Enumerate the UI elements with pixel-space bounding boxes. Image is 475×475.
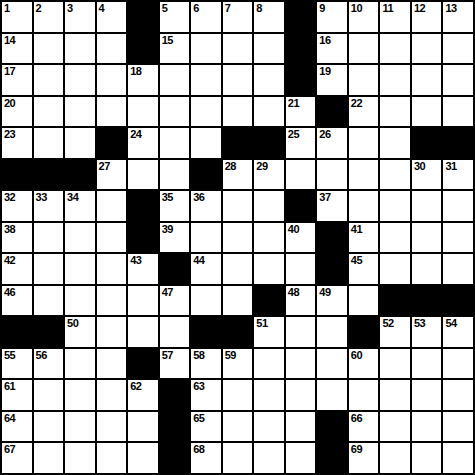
crossword-cell[interactable]: 41 bbox=[349, 223, 379, 253]
blocked-cell bbox=[443, 286, 473, 316]
crossword-cell[interactable] bbox=[286, 317, 316, 347]
blocked-cell bbox=[380, 286, 410, 316]
crossword-cell[interactable] bbox=[128, 317, 158, 347]
crossword-cell[interactable] bbox=[443, 97, 473, 127]
crossword-cell[interactable] bbox=[443, 443, 473, 473]
crossword-cell[interactable]: 46 bbox=[2, 286, 32, 316]
clue-number: 23 bbox=[4, 128, 15, 141]
crossword-cell[interactable] bbox=[412, 349, 442, 379]
crossword-cell[interactable] bbox=[128, 412, 158, 442]
crossword-cell[interactable] bbox=[349, 380, 379, 410]
crossword-cell[interactable] bbox=[254, 191, 284, 221]
crossword-cell[interactable] bbox=[191, 223, 221, 253]
clue-number: 30 bbox=[414, 160, 425, 173]
clue-number: 20 bbox=[4, 97, 15, 110]
crossword-cell[interactable]: 65 bbox=[191, 412, 221, 442]
crossword-cell[interactable] bbox=[286, 254, 316, 284]
blocked-cell bbox=[286, 2, 316, 32]
crossword-cell[interactable]: 42 bbox=[2, 254, 32, 284]
crossword-cell[interactable] bbox=[443, 65, 473, 95]
crossword-cell[interactable]: 68 bbox=[191, 443, 221, 473]
crossword-cell[interactable]: 18 bbox=[128, 65, 158, 95]
blocked-cell bbox=[317, 412, 347, 442]
crossword-cell[interactable] bbox=[380, 349, 410, 379]
clue-number: 63 bbox=[193, 380, 204, 393]
crossword-cell[interactable]: 29 bbox=[254, 160, 284, 190]
clue-number: 17 bbox=[4, 65, 15, 78]
crossword-cell[interactable] bbox=[412, 412, 442, 442]
crossword-cell[interactable] bbox=[286, 443, 316, 473]
crossword-cell[interactable] bbox=[97, 286, 127, 316]
clue-number: 44 bbox=[193, 254, 204, 267]
crossword-cell[interactable]: 66 bbox=[349, 412, 379, 442]
crossword-cell[interactable] bbox=[191, 128, 221, 158]
clue-number: 24 bbox=[130, 128, 141, 141]
crossword-cell[interactable] bbox=[254, 254, 284, 284]
crossword-cell[interactable] bbox=[412, 97, 442, 127]
crossword-cell[interactable] bbox=[65, 97, 95, 127]
clue-number: 56 bbox=[36, 349, 47, 362]
blocked-cell bbox=[65, 160, 95, 190]
crossword-cell[interactable] bbox=[34, 223, 64, 253]
blocked-cell bbox=[317, 443, 347, 473]
crossword-cell[interactable] bbox=[223, 191, 253, 221]
crossword-cell[interactable]: 39 bbox=[160, 223, 190, 253]
crossword-cell[interactable]: 6 bbox=[191, 2, 221, 32]
crossword-cell[interactable]: 33 bbox=[34, 191, 64, 221]
crossword-cell[interactable]: 54 bbox=[443, 317, 473, 347]
blocked-cell bbox=[223, 317, 253, 347]
crossword-cell[interactable]: 10 bbox=[349, 2, 379, 32]
clue-number: 25 bbox=[288, 128, 299, 141]
crossword-cell[interactable] bbox=[34, 97, 64, 127]
clue-number: 19 bbox=[319, 65, 330, 78]
clue-number: 21 bbox=[288, 97, 299, 110]
crossword-cell[interactable] bbox=[160, 160, 190, 190]
crossword-cell[interactable]: 51 bbox=[254, 317, 284, 347]
clue-number: 38 bbox=[4, 223, 15, 236]
crossword-cell[interactable] bbox=[380, 128, 410, 158]
crossword-cell[interactable]: 12 bbox=[412, 2, 442, 32]
clue-number: 60 bbox=[351, 349, 362, 362]
crossword-cell[interactable] bbox=[443, 349, 473, 379]
blocked-cell bbox=[286, 34, 316, 64]
crossword-cell[interactable] bbox=[254, 65, 284, 95]
crossword-cell[interactable]: 52 bbox=[380, 317, 410, 347]
blocked-cell bbox=[443, 128, 473, 158]
clue-number: 64 bbox=[4, 412, 15, 425]
crossword-cell[interactable]: 30 bbox=[412, 160, 442, 190]
clue-number: 9 bbox=[319, 2, 325, 15]
crossword-cell[interactable]: 25 bbox=[286, 128, 316, 158]
crossword-cell[interactable] bbox=[223, 412, 253, 442]
crossword-cell[interactable] bbox=[34, 128, 64, 158]
crossword-cell[interactable] bbox=[317, 160, 347, 190]
crossword-cell[interactable] bbox=[412, 223, 442, 253]
crossword-cell[interactable] bbox=[286, 349, 316, 379]
clue-number: 10 bbox=[351, 2, 362, 15]
clue-number: 37 bbox=[319, 191, 330, 204]
clue-number: 69 bbox=[351, 443, 362, 456]
crossword-cell[interactable] bbox=[65, 380, 95, 410]
clue-number: 47 bbox=[162, 286, 173, 299]
blocked-cell bbox=[191, 317, 221, 347]
crossword-cell[interactable]: 60 bbox=[349, 349, 379, 379]
blocked-cell bbox=[223, 128, 253, 158]
clue-number: 26 bbox=[319, 128, 330, 141]
crossword-cell[interactable] bbox=[34, 254, 64, 284]
clue-number: 18 bbox=[130, 65, 141, 78]
crossword-cell[interactable] bbox=[160, 128, 190, 158]
crossword-cell[interactable] bbox=[380, 160, 410, 190]
crossword-cell[interactable] bbox=[254, 443, 284, 473]
clue-number: 52 bbox=[382, 317, 393, 330]
clue-number: 22 bbox=[351, 97, 362, 110]
blocked-cell bbox=[160, 380, 190, 410]
crossword-cell[interactable] bbox=[97, 65, 127, 95]
crossword-cell[interactable]: 1 bbox=[2, 2, 32, 32]
crossword-cell[interactable]: 47 bbox=[160, 286, 190, 316]
clue-number: 7 bbox=[225, 2, 231, 15]
crossword-cell[interactable] bbox=[286, 380, 316, 410]
blocked-cell bbox=[286, 191, 316, 221]
blocked-cell bbox=[128, 34, 158, 64]
crossword-cell[interactable]: 69 bbox=[349, 443, 379, 473]
clue-number: 55 bbox=[4, 349, 15, 362]
crossword-cell[interactable] bbox=[191, 65, 221, 95]
crossword-cell[interactable] bbox=[34, 34, 64, 64]
crossword-cell[interactable]: 23 bbox=[2, 128, 32, 158]
crossword-cell[interactable] bbox=[97, 191, 127, 221]
crossword-cell[interactable] bbox=[317, 380, 347, 410]
crossword-cell[interactable]: 34 bbox=[65, 191, 95, 221]
clue-number: 35 bbox=[162, 191, 173, 204]
crossword-cell[interactable] bbox=[380, 97, 410, 127]
crossword-cell[interactable] bbox=[97, 349, 127, 379]
clue-number: 42 bbox=[4, 254, 15, 267]
clue-number: 4 bbox=[99, 2, 105, 15]
blocked-cell bbox=[254, 286, 284, 316]
crossword-cell[interactable]: 56 bbox=[34, 349, 64, 379]
crossword-cell[interactable] bbox=[223, 97, 253, 127]
crossword-cell[interactable] bbox=[34, 443, 64, 473]
crossword-cell[interactable] bbox=[443, 254, 473, 284]
clue-number: 12 bbox=[414, 2, 425, 15]
crossword-cell[interactable]: 8 bbox=[254, 2, 284, 32]
crossword-cell[interactable]: 19 bbox=[317, 65, 347, 95]
crossword-cell[interactable] bbox=[349, 128, 379, 158]
crossword-cell[interactable] bbox=[65, 34, 95, 64]
crossword-cell[interactable]: 27 bbox=[97, 160, 127, 190]
crossword-cell[interactable] bbox=[65, 443, 95, 473]
crossword-cell[interactable] bbox=[97, 254, 127, 284]
clue-number: 29 bbox=[256, 160, 267, 173]
crossword-cell[interactable] bbox=[128, 160, 158, 190]
crossword-cell[interactable]: 49 bbox=[317, 286, 347, 316]
crossword-cell[interactable] bbox=[223, 254, 253, 284]
crossword-cell[interactable] bbox=[65, 223, 95, 253]
crossword-cell[interactable] bbox=[65, 286, 95, 316]
crossword-cell[interactable] bbox=[191, 97, 221, 127]
crossword-cell[interactable] bbox=[128, 443, 158, 473]
clue-number: 13 bbox=[445, 2, 456, 15]
clue-number: 41 bbox=[351, 223, 362, 236]
crossword-cell[interactable] bbox=[349, 191, 379, 221]
crossword-cell[interactable] bbox=[65, 65, 95, 95]
blocked-cell bbox=[317, 97, 347, 127]
clue-number: 50 bbox=[67, 317, 78, 330]
crossword-cell[interactable] bbox=[412, 443, 442, 473]
blocked-cell bbox=[317, 254, 347, 284]
crossword-cell[interactable]: 59 bbox=[223, 349, 253, 379]
crossword-cell[interactable] bbox=[412, 191, 442, 221]
clue-number: 45 bbox=[351, 254, 362, 267]
crossword-cell[interactable]: 43 bbox=[128, 254, 158, 284]
crossword-cell[interactable] bbox=[254, 97, 284, 127]
crossword-cell[interactable]: 57 bbox=[160, 349, 190, 379]
crossword-cell[interactable] bbox=[286, 412, 316, 442]
crossword-cell[interactable]: 21 bbox=[286, 97, 316, 127]
clue-number: 51 bbox=[256, 317, 267, 330]
crossword-cell[interactable] bbox=[380, 254, 410, 284]
crossword-cell[interactable] bbox=[380, 34, 410, 64]
clue-number: 15 bbox=[162, 34, 173, 47]
crossword-cell[interactable] bbox=[443, 34, 473, 64]
crossword-cell[interactable] bbox=[380, 223, 410, 253]
clue-number: 34 bbox=[67, 191, 78, 204]
clue-number: 36 bbox=[193, 191, 204, 204]
clue-number: 40 bbox=[288, 223, 299, 236]
blocked-cell bbox=[128, 223, 158, 253]
crossword-cell[interactable]: 2 bbox=[34, 2, 64, 32]
clue-number: 57 bbox=[162, 349, 173, 362]
crossword-cell[interactable] bbox=[160, 317, 190, 347]
blocked-cell bbox=[34, 160, 64, 190]
crossword-cell[interactable] bbox=[254, 349, 284, 379]
crossword-cell[interactable]: 53 bbox=[412, 317, 442, 347]
crossword-cell[interactable] bbox=[317, 349, 347, 379]
crossword-cell[interactable]: 61 bbox=[2, 380, 32, 410]
crossword-cell[interactable]: 55 bbox=[2, 349, 32, 379]
clue-number: 59 bbox=[225, 349, 236, 362]
crossword-cell[interactable] bbox=[128, 286, 158, 316]
crossword-cell[interactable] bbox=[349, 34, 379, 64]
crossword-cell[interactable] bbox=[65, 412, 95, 442]
crossword-cell[interactable]: 22 bbox=[349, 97, 379, 127]
crossword-cell[interactable] bbox=[412, 380, 442, 410]
crossword-cell[interactable]: 48 bbox=[286, 286, 316, 316]
clue-number: 49 bbox=[319, 286, 330, 299]
crossword-cell[interactable]: 5 bbox=[160, 2, 190, 32]
clue-number: 1 bbox=[4, 2, 10, 15]
crossword-cell[interactable]: 11 bbox=[380, 2, 410, 32]
blocked-cell bbox=[160, 443, 190, 473]
crossword-cell[interactable] bbox=[65, 254, 95, 284]
crossword-cell[interactable] bbox=[443, 380, 473, 410]
clue-number: 43 bbox=[130, 254, 141, 267]
crossword-cell[interactable]: 31 bbox=[443, 160, 473, 190]
clue-number: 27 bbox=[99, 160, 110, 173]
crossword-cell[interactable] bbox=[443, 412, 473, 442]
crossword-cell[interactable] bbox=[65, 128, 95, 158]
crossword-cell[interactable] bbox=[254, 34, 284, 64]
blocked-cell bbox=[34, 317, 64, 347]
clue-number: 53 bbox=[414, 317, 425, 330]
crossword-cell[interactable]: 32 bbox=[2, 191, 32, 221]
crossword-cell[interactable]: 15 bbox=[160, 34, 190, 64]
crossword-cell[interactable]: 37 bbox=[317, 191, 347, 221]
crossword-cell[interactable]: 64 bbox=[2, 412, 32, 442]
crossword-cell[interactable]: 20 bbox=[2, 97, 32, 127]
crossword-cell[interactable] bbox=[349, 160, 379, 190]
clue-number: 6 bbox=[193, 2, 199, 15]
crossword-cell[interactable] bbox=[97, 317, 127, 347]
clue-number: 65 bbox=[193, 412, 204, 425]
crossword-cell[interactable] bbox=[443, 191, 473, 221]
crossword-cell[interactable] bbox=[443, 223, 473, 253]
clue-number: 62 bbox=[130, 380, 141, 393]
crossword-cell[interactable]: 28 bbox=[223, 160, 253, 190]
crossword-cell[interactable] bbox=[128, 97, 158, 127]
crossword-cell[interactable] bbox=[412, 65, 442, 95]
crossword-cell[interactable]: 38 bbox=[2, 223, 32, 253]
clue-number: 11 bbox=[382, 2, 393, 15]
clue-number: 54 bbox=[445, 317, 456, 330]
clue-number: 16 bbox=[319, 34, 330, 47]
clue-number: 3 bbox=[67, 2, 73, 15]
clue-number: 46 bbox=[4, 286, 15, 299]
crossword-cell[interactable]: 16 bbox=[317, 34, 347, 64]
crossword-cell[interactable]: 36 bbox=[191, 191, 221, 221]
crossword-cell[interactable] bbox=[286, 160, 316, 190]
crossword-cell[interactable] bbox=[160, 65, 190, 95]
crossword-cell[interactable]: 7 bbox=[223, 2, 253, 32]
crossword-cell[interactable] bbox=[34, 380, 64, 410]
crossword-cell[interactable] bbox=[160, 97, 190, 127]
blocked-cell bbox=[191, 160, 221, 190]
clue-number: 33 bbox=[36, 191, 47, 204]
crossword-cell[interactable] bbox=[380, 412, 410, 442]
clue-number: 8 bbox=[256, 2, 262, 15]
blocked-cell bbox=[286, 65, 316, 95]
clue-number: 32 bbox=[4, 191, 15, 204]
crossword-cell[interactable]: 4 bbox=[97, 2, 127, 32]
clue-number: 58 bbox=[193, 349, 204, 362]
blocked-cell bbox=[160, 254, 190, 284]
crossword-cell[interactable] bbox=[65, 349, 95, 379]
crossword-cell[interactable] bbox=[223, 223, 253, 253]
crossword-cell[interactable] bbox=[97, 34, 127, 64]
clue-number: 2 bbox=[36, 2, 42, 15]
blocked-cell bbox=[128, 349, 158, 379]
crossword-cell[interactable]: 63 bbox=[191, 380, 221, 410]
crossword-cell[interactable] bbox=[349, 65, 379, 95]
crossword-cell[interactable] bbox=[97, 412, 127, 442]
blocked-cell bbox=[2, 317, 32, 347]
crossword-cell[interactable]: 26 bbox=[317, 128, 347, 158]
blocked-cell bbox=[317, 223, 347, 253]
blocked-cell bbox=[97, 128, 127, 158]
crossword-cell[interactable]: 58 bbox=[191, 349, 221, 379]
crossword-cell[interactable]: 45 bbox=[349, 254, 379, 284]
blocked-cell bbox=[128, 191, 158, 221]
crossword-cell[interactable]: 13 bbox=[443, 2, 473, 32]
clue-number: 39 bbox=[162, 223, 173, 236]
crossword-cell[interactable] bbox=[223, 34, 253, 64]
crossword-cell[interactable]: 3 bbox=[65, 2, 95, 32]
clue-number: 66 bbox=[351, 412, 362, 425]
crossword-cell[interactable]: 9 bbox=[317, 2, 347, 32]
crossword-cell[interactable]: 35 bbox=[160, 191, 190, 221]
blocked-cell bbox=[160, 412, 190, 442]
blocked-cell bbox=[412, 286, 442, 316]
crossword-cell[interactable] bbox=[254, 223, 284, 253]
crossword-cell[interactable] bbox=[223, 380, 253, 410]
clue-number: 67 bbox=[4, 443, 15, 456]
clue-number: 61 bbox=[4, 380, 15, 393]
crossword-cell[interactable] bbox=[380, 191, 410, 221]
crossword-cell[interactable]: 24 bbox=[128, 128, 158, 158]
clue-number: 28 bbox=[225, 160, 236, 173]
crossword-cell[interactable] bbox=[191, 286, 221, 316]
crossword-cell[interactable] bbox=[380, 65, 410, 95]
crossword-cell[interactable] bbox=[34, 286, 64, 316]
clue-number: 5 bbox=[162, 2, 168, 15]
crossword-cell[interactable] bbox=[223, 286, 253, 316]
blocked-cell bbox=[349, 317, 379, 347]
clue-number: 14 bbox=[4, 34, 15, 47]
crossword-cell[interactable] bbox=[34, 412, 64, 442]
crossword-cell[interactable] bbox=[97, 443, 127, 473]
blocked-cell bbox=[254, 128, 284, 158]
crossword-grid: 1234567891011121314151617181920212223242… bbox=[0, 0, 475, 475]
crossword-cell[interactable] bbox=[412, 254, 442, 284]
crossword-cell[interactable] bbox=[254, 380, 284, 410]
clue-number: 31 bbox=[445, 160, 456, 173]
crossword-cell[interactable] bbox=[412, 34, 442, 64]
crossword-cell[interactable] bbox=[380, 443, 410, 473]
crossword-cell[interactable]: 40 bbox=[286, 223, 316, 253]
blocked-cell bbox=[412, 128, 442, 158]
crossword-cell[interactable]: 14 bbox=[2, 34, 32, 64]
crossword-cell[interactable]: 67 bbox=[2, 443, 32, 473]
crossword-cell[interactable] bbox=[349, 286, 379, 316]
crossword-cell[interactable]: 50 bbox=[65, 317, 95, 347]
crossword-cell[interactable] bbox=[254, 412, 284, 442]
crossword-cell[interactable] bbox=[380, 380, 410, 410]
blocked-cell bbox=[128, 2, 158, 32]
blocked-cell bbox=[2, 160, 32, 190]
crossword-cell[interactable] bbox=[34, 65, 64, 95]
crossword-cell[interactable] bbox=[191, 34, 221, 64]
crossword-cell[interactable] bbox=[97, 97, 127, 127]
crossword-cell[interactable] bbox=[317, 317, 347, 347]
clue-number: 68 bbox=[193, 443, 204, 456]
crossword-cell[interactable] bbox=[97, 380, 127, 410]
crossword-cell[interactable] bbox=[97, 223, 127, 253]
crossword-cell[interactable]: 17 bbox=[2, 65, 32, 95]
crossword-cell[interactable] bbox=[223, 65, 253, 95]
clue-number: 48 bbox=[288, 286, 299, 299]
crossword-cell[interactable]: 62 bbox=[128, 380, 158, 410]
crossword-cell[interactable] bbox=[223, 443, 253, 473]
crossword-cell[interactable]: 44 bbox=[191, 254, 221, 284]
